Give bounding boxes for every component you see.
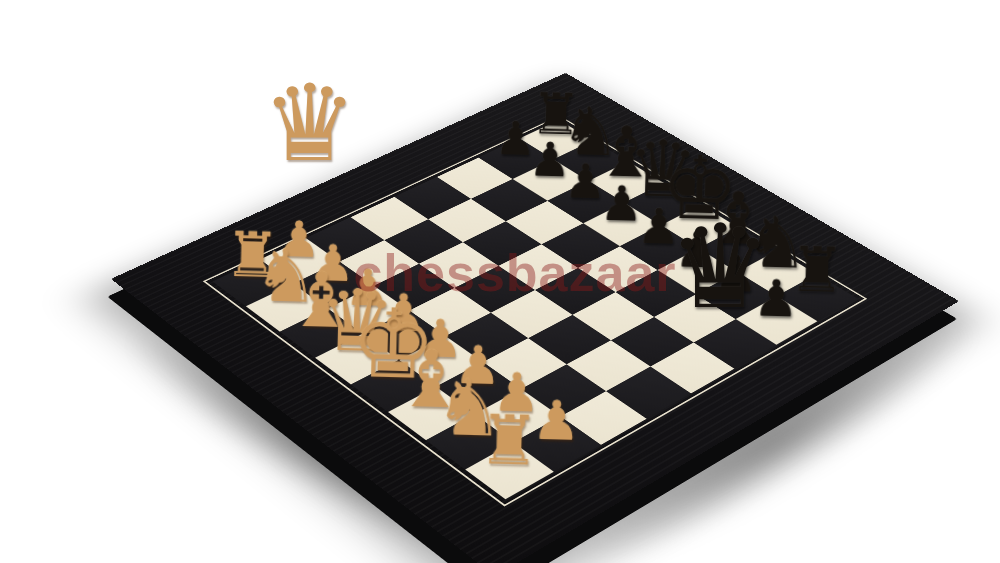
camera-tilt-wrapper: ♜♞♝♛♚♝♞♜♟♟♟♟♟♟♟♟♟♟♟♟♟♟♟♟♜♞♝♛♚♝♞♜ bbox=[0, 0, 1000, 563]
white-rook-h1[interactable]: ♜ bbox=[478, 408, 541, 474]
extra-white-queen[interactable]: ♛ bbox=[262, 74, 357, 175]
chess-board: ♜♞♝♛♚♝♞♜♟♟♟♟♟♟♟♟♟♟♟♟♟♟♟♟♜♞♝♛♚♝♞♜ bbox=[111, 73, 959, 563]
product-photo-scene: ♜♞♝♛♚♝♞♜♟♟♟♟♟♟♟♟♟♟♟♟♟♟♟♟♜♞♝♛♚♝♞♜ chessba… bbox=[0, 0, 1000, 563]
square-e5[interactable] bbox=[535, 268, 616, 315]
perspective-scene: ♜♞♝♛♚♝♞♜♟♟♟♟♟♟♟♟♟♟♟♟♟♟♟♟♜♞♝♛♚♝♞♜ bbox=[0, 0, 1000, 563]
extra-black-queen[interactable]: ♛ bbox=[668, 212, 772, 322]
